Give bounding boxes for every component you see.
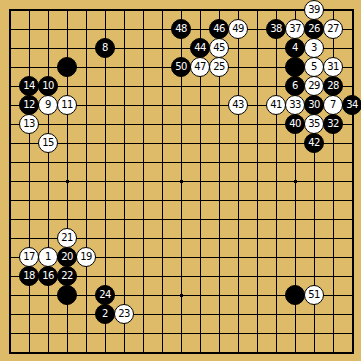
stone-move-31: 31	[323, 57, 343, 77]
stone-move-32: 32	[323, 114, 343, 134]
stone-move-47: 47	[190, 57, 210, 77]
stone-move-51: 51	[304, 285, 324, 305]
stone-move-2: 2	[95, 304, 115, 324]
stone-move-26: 26	[304, 19, 324, 39]
stone-handicap-Q16	[285, 57, 305, 77]
stone-move-30: 30	[304, 95, 324, 115]
stone-move-17: 17	[19, 247, 39, 267]
star-point	[294, 180, 297, 183]
stone-move-16: 16	[38, 266, 58, 286]
stone-move-11: 11	[57, 95, 77, 115]
stone-move-15: 15	[38, 133, 58, 153]
stone-move-8: 8	[95, 38, 115, 58]
stone-handicap-D4	[57, 285, 77, 305]
stone-move-13: 13	[19, 114, 39, 134]
stone-move-34: 34	[342, 95, 361, 115]
stone-move-38: 38	[266, 19, 286, 39]
stone-move-45: 45	[209, 38, 229, 58]
stone-move-42: 42	[304, 133, 324, 153]
stone-move-4: 4	[285, 38, 305, 58]
stone-move-7: 7	[323, 95, 343, 115]
stone-move-3: 3	[304, 38, 324, 58]
stone-move-28: 28	[323, 76, 343, 96]
stone-move-46: 46	[209, 19, 229, 39]
star-point	[180, 180, 183, 183]
stone-move-37: 37	[285, 19, 305, 39]
stone-move-5: 5	[304, 57, 324, 77]
stone-move-49: 49	[228, 19, 248, 39]
stone-move-48: 48	[171, 19, 191, 39]
stone-handicap-Q4	[285, 285, 305, 305]
stone-move-18: 18	[19, 266, 39, 286]
stone-move-20: 20	[57, 247, 77, 267]
stone-move-35: 35	[304, 114, 324, 134]
stone-move-9: 9	[38, 95, 58, 115]
stone-move-50: 50	[171, 57, 191, 77]
stone-move-19: 19	[76, 247, 96, 267]
stone-move-1: 1	[38, 247, 58, 267]
stone-move-6: 6	[285, 76, 305, 96]
stone-move-14: 14	[19, 76, 39, 96]
go-board[interactable]: 1234567891011121314151617181920212223242…	[0, 0, 361, 361]
stone-move-29: 29	[304, 76, 324, 96]
stone-move-25: 25	[209, 57, 229, 77]
stone-move-23: 23	[114, 304, 134, 324]
stone-move-22: 22	[57, 266, 77, 286]
stone-move-33: 33	[285, 95, 305, 115]
star-point	[66, 180, 69, 183]
stone-move-21: 21	[57, 228, 77, 248]
stone-move-27: 27	[323, 19, 343, 39]
stone-move-39: 39	[304, 0, 324, 20]
stone-move-44: 44	[190, 38, 210, 58]
stone-move-43: 43	[228, 95, 248, 115]
stone-move-10: 10	[38, 76, 58, 96]
stone-move-41: 41	[266, 95, 286, 115]
stone-move-24: 24	[95, 285, 115, 305]
stone-handicap-D16	[57, 57, 77, 77]
stone-move-12: 12	[19, 95, 39, 115]
star-point	[180, 294, 183, 297]
stone-move-40: 40	[285, 114, 305, 134]
